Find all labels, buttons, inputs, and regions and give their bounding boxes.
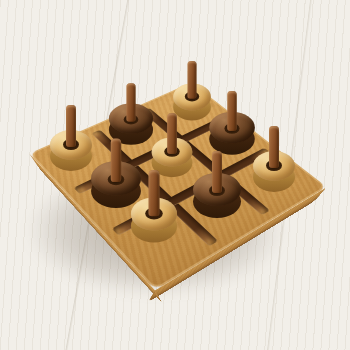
piece-light-ring-r2c0[interactable] <box>123 135 185 258</box>
peg <box>111 138 121 182</box>
piece-light-ring-r2c2[interactable] <box>246 94 302 206</box>
peg <box>66 105 76 147</box>
peg <box>149 170 160 216</box>
peg <box>212 151 222 193</box>
pieces-layer <box>0 0 350 350</box>
peg <box>269 126 279 168</box>
piece-dark-ring-r2c1[interactable] <box>189 119 245 231</box>
wooden-tic-tac-toe-photo <box>0 0 350 350</box>
